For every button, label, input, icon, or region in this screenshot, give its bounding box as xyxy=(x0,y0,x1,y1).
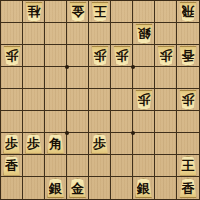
square-9i[interactable] xyxy=(1,177,23,199)
square-4b[interactable] xyxy=(111,23,133,45)
square-4i[interactable] xyxy=(111,177,133,199)
square-9d[interactable] xyxy=(1,67,23,89)
square-1i[interactable]: 香 xyxy=(177,177,199,199)
square-1b[interactable] xyxy=(177,23,199,45)
gote-pawn-4c[interactable]: 歩 xyxy=(113,46,131,66)
square-5b[interactable] xyxy=(89,23,111,45)
square-3h[interactable] xyxy=(133,155,155,177)
square-7c[interactable] xyxy=(45,45,67,67)
square-1a[interactable]: 飛 xyxy=(177,1,199,23)
gote-pawn-5c[interactable]: 歩 xyxy=(91,46,109,66)
square-9a[interactable] xyxy=(1,1,23,23)
sente-lance-9h[interactable]: 香 xyxy=(3,156,21,176)
square-9f[interactable] xyxy=(1,111,23,133)
square-8c[interactable] xyxy=(23,45,45,67)
square-6g[interactable] xyxy=(67,133,89,155)
square-4d[interactable] xyxy=(111,67,133,89)
sente-pawn-8g[interactable]: 歩 xyxy=(25,134,43,154)
square-7a[interactable] xyxy=(45,1,67,23)
square-6b[interactable] xyxy=(67,23,89,45)
square-8i[interactable] xyxy=(23,177,45,199)
hoshi-dot xyxy=(65,131,69,135)
square-7g[interactable]: 角 xyxy=(45,133,67,155)
square-3f[interactable] xyxy=(133,111,155,133)
square-8d[interactable] xyxy=(23,67,45,89)
square-7f[interactable] xyxy=(45,111,67,133)
square-1f[interactable] xyxy=(177,111,199,133)
square-3b[interactable]: 銀 xyxy=(133,23,155,45)
square-5e[interactable] xyxy=(89,89,111,111)
square-6i[interactable]: 金 xyxy=(67,177,89,199)
square-8f[interactable] xyxy=(23,111,45,133)
sente-bishop-7g[interactable]: 角 xyxy=(47,134,65,154)
square-8a[interactable]: 桂 xyxy=(23,1,45,23)
square-8h[interactable] xyxy=(23,155,45,177)
square-1c[interactable]: 香 xyxy=(177,45,199,67)
square-4f[interactable] xyxy=(111,111,133,133)
square-6a[interactable]: 金 xyxy=(67,1,89,23)
gote-pawn-3e[interactable]: 歩 xyxy=(135,90,153,110)
sente-silver-3i[interactable]: 銀 xyxy=(135,178,153,198)
square-6e[interactable] xyxy=(67,89,89,111)
gote-knight-8a[interactable]: 桂 xyxy=(25,2,43,22)
square-1e[interactable]: 歩 xyxy=(177,89,199,111)
gote-pawn-1e[interactable]: 歩 xyxy=(179,90,197,110)
square-3g[interactable] xyxy=(133,133,155,155)
square-2f[interactable] xyxy=(155,111,177,133)
square-7d[interactable] xyxy=(45,67,67,89)
square-4c[interactable]: 歩 xyxy=(111,45,133,67)
sente-pawn-5g[interactable]: 歩 xyxy=(91,134,109,154)
board-grid: 桂金王飛銀歩歩歩歩香歩歩歩歩角歩香王銀金銀香 xyxy=(1,1,199,199)
square-1d[interactable] xyxy=(177,67,199,89)
square-2c[interactable]: 歩 xyxy=(155,45,177,67)
sente-king-1h[interactable]: 王 xyxy=(179,156,197,176)
shogi-board: 桂金王飛銀歩歩歩歩香歩歩歩歩角歩香王銀金銀香 xyxy=(0,0,200,200)
square-5f[interactable] xyxy=(89,111,111,133)
square-3a[interactable] xyxy=(133,1,155,23)
gote-pawn-2c[interactable]: 歩 xyxy=(157,46,175,66)
square-9e[interactable] xyxy=(1,89,23,111)
hoshi-dot xyxy=(65,65,69,69)
square-7e[interactable] xyxy=(45,89,67,111)
gote-silver-3b[interactable]: 銀 xyxy=(135,24,153,44)
square-4h[interactable] xyxy=(111,155,133,177)
square-8e[interactable] xyxy=(23,89,45,111)
square-2d[interactable] xyxy=(155,67,177,89)
sente-silver-7i[interactable]: 銀 xyxy=(47,178,65,198)
gote-pawn-9c[interactable]: 歩 xyxy=(3,46,21,66)
square-4a[interactable] xyxy=(111,1,133,23)
square-5i[interactable] xyxy=(89,177,111,199)
square-2h[interactable] xyxy=(155,155,177,177)
square-6c[interactable] xyxy=(67,45,89,67)
square-9c[interactable]: 歩 xyxy=(1,45,23,67)
gote-lance-1c[interactable]: 香 xyxy=(179,46,197,66)
square-2e[interactable] xyxy=(155,89,177,111)
sente-lance-1i[interactable]: 香 xyxy=(179,178,197,198)
square-7i[interactable]: 銀 xyxy=(45,177,67,199)
square-7b[interactable] xyxy=(45,23,67,45)
square-6d[interactable] xyxy=(67,67,89,89)
square-9h[interactable]: 香 xyxy=(1,155,23,177)
square-9b[interactable] xyxy=(1,23,23,45)
square-2i[interactable] xyxy=(155,177,177,199)
square-1g[interactable] xyxy=(177,133,199,155)
hoshi-dot xyxy=(131,65,135,69)
square-2g[interactable] xyxy=(155,133,177,155)
square-9g[interactable]: 歩 xyxy=(1,133,23,155)
sente-pawn-9g[interactable]: 歩 xyxy=(3,134,21,154)
square-5g[interactable]: 歩 xyxy=(89,133,111,155)
square-6h[interactable] xyxy=(67,155,89,177)
hoshi-dot xyxy=(131,131,135,135)
square-3c[interactable] xyxy=(133,45,155,67)
square-5a[interactable]: 王 xyxy=(89,1,111,23)
square-3i[interactable]: 銀 xyxy=(133,177,155,199)
square-3e[interactable]: 歩 xyxy=(133,89,155,111)
sente-gold-6i[interactable]: 金 xyxy=(69,178,87,198)
square-5c[interactable]: 歩 xyxy=(89,45,111,67)
square-2b[interactable] xyxy=(155,23,177,45)
square-2a[interactable] xyxy=(155,1,177,23)
gote-king-5a[interactable]: 王 xyxy=(91,2,109,22)
square-1h[interactable]: 王 xyxy=(177,155,199,177)
gote-gold-6a[interactable]: 金 xyxy=(69,2,87,22)
square-5h[interactable] xyxy=(89,155,111,177)
square-4e[interactable] xyxy=(111,89,133,111)
square-5d[interactable] xyxy=(89,67,111,89)
gote-rook-1a[interactable]: 飛 xyxy=(179,2,197,22)
square-8b[interactable] xyxy=(23,23,45,45)
square-8g[interactable]: 歩 xyxy=(23,133,45,155)
square-3d[interactable] xyxy=(133,67,155,89)
square-4g[interactable] xyxy=(111,133,133,155)
square-6f[interactable] xyxy=(67,111,89,133)
square-7h[interactable] xyxy=(45,155,67,177)
